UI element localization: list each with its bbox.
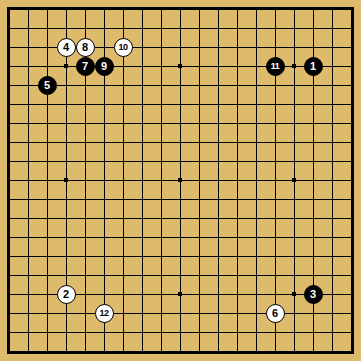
move-number-label: 11 [271,62,280,71]
move-number-label: 12 [99,309,108,318]
star-point-dot [178,178,182,182]
intersection-F3: 12 [95,304,114,323]
intersection-grid: 123456789101112 [0,0,361,361]
stone-move-12-white[interactable]: 12 [95,304,114,323]
stone-move-3-black[interactable]: 3 [304,285,323,304]
go-board[interactable]: 123456789101112 [0,0,361,361]
intersection-E17: 8 [76,38,95,57]
stone-move-11-black[interactable]: 11 [266,57,285,76]
move-number-label: 6 [272,308,278,319]
stone-move-5-black[interactable]: 5 [38,76,57,95]
star-point [171,285,190,304]
move-number-label: 3 [310,289,316,300]
stone-move-10-white[interactable]: 10 [114,38,133,57]
intersection-D4: 2 [57,285,76,304]
move-number-label: 2 [63,289,69,300]
move-number-label: 5 [44,80,50,91]
star-point [285,57,304,76]
stone-move-2-white[interactable]: 2 [57,285,76,304]
star-point [285,171,304,190]
stone-move-1-black[interactable]: 1 [304,57,323,76]
star-point [57,57,76,76]
star-point-dot [178,64,182,68]
stone-move-9-black[interactable]: 9 [95,57,114,76]
intersection-F16: 9 [95,57,114,76]
stone-move-7-black[interactable]: 7 [76,57,95,76]
intersection-P16: 11 [266,57,285,76]
move-number-label: 1 [310,61,316,72]
stone-move-4-white[interactable]: 4 [57,38,76,57]
stone-move-6-white[interactable]: 6 [266,304,285,323]
move-number-label: 4 [63,42,69,53]
star-point-dot [292,178,296,182]
intersection-R16: 1 [304,57,323,76]
intersection-E16: 7 [76,57,95,76]
intersection-G17: 10 [114,38,133,57]
star-point-dot [178,292,182,296]
star-point [57,171,76,190]
move-number-label: 7 [82,61,88,72]
star-point [285,285,304,304]
intersection-P3: 6 [266,304,285,323]
intersection-R4: 3 [304,285,323,304]
star-point-dot [292,292,296,296]
intersection-D17: 4 [57,38,76,57]
star-point-dot [64,178,68,182]
move-number-label: 10 [118,43,127,52]
star-point [171,57,190,76]
move-number-label: 8 [82,42,88,53]
intersection-C15: 5 [38,76,57,95]
star-point [171,171,190,190]
move-number-label: 9 [101,61,107,72]
star-point-dot [64,64,68,68]
stone-move-8-white[interactable]: 8 [76,38,95,57]
star-point-dot [292,64,296,68]
